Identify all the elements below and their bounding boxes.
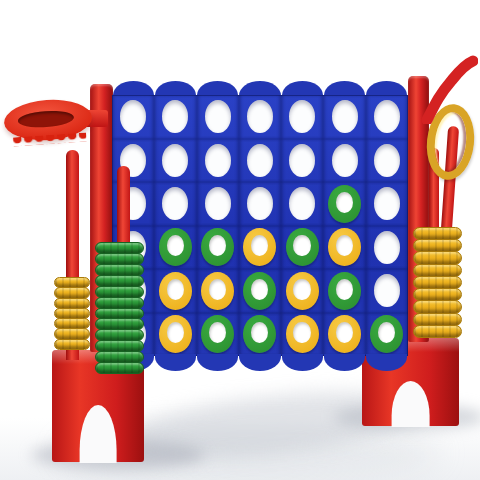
board-cell (154, 226, 196, 270)
board-cell (366, 182, 408, 226)
yellow-disc (243, 228, 276, 266)
green-storage-ring (95, 286, 144, 298)
yellow-storage-ring (413, 325, 462, 338)
empty-hole (205, 144, 231, 177)
empty-hole (289, 144, 315, 177)
empty-hole (374, 187, 400, 220)
yellow-storage-ring (413, 313, 462, 326)
board-cell (281, 95, 323, 139)
empty-hole (162, 100, 188, 133)
green-storage-ring (95, 264, 144, 276)
empty-hole (374, 144, 400, 177)
empty-hole (205, 187, 231, 220)
yellow-storage-ring (54, 287, 90, 298)
yellow-storage-ring (413, 251, 462, 264)
yellow-disc (201, 272, 234, 310)
yellow-disc (328, 315, 361, 353)
empty-hole (332, 100, 358, 133)
board-cell (323, 313, 365, 357)
board-cell (112, 95, 154, 139)
board-cell (281, 139, 323, 183)
board-scallop-bump (324, 354, 365, 371)
board-cell (323, 226, 365, 270)
green-storage-ring (95, 362, 144, 374)
board-cell (366, 313, 408, 357)
yellow-storage-ring (54, 339, 90, 350)
green-disc (328, 185, 361, 223)
board-cell (239, 313, 281, 357)
green-disc (286, 228, 319, 266)
board-cell (197, 182, 239, 226)
empty-hole (332, 144, 358, 177)
yellow-disc (328, 228, 361, 266)
board-cell (323, 269, 365, 313)
board-bottom-scallops (112, 354, 408, 371)
board-cell (239, 226, 281, 270)
empty-hole (289, 100, 315, 133)
board-cell (281, 313, 323, 357)
board-cell (154, 182, 196, 226)
yellow-storage-ring (413, 300, 462, 313)
board-cell (281, 226, 323, 270)
empty-hole (374, 231, 400, 264)
board-scallop-bump (155, 354, 196, 371)
board-cell (323, 139, 365, 183)
board-cell (281, 269, 323, 313)
board-cell (239, 95, 281, 139)
board-scallop-bump (282, 354, 323, 371)
yellow-disc (286, 272, 319, 310)
board-cell (197, 139, 239, 183)
board-cell (197, 95, 239, 139)
board-scallop-bump (366, 354, 407, 371)
board-cell (366, 226, 408, 270)
board-cell (239, 182, 281, 226)
empty-hole (162, 144, 188, 177)
empty-hole (247, 100, 273, 133)
board-cell (239, 139, 281, 183)
green-disc (243, 272, 276, 310)
yellow-disc (286, 315, 319, 353)
board-cell (154, 269, 196, 313)
empty-hole (120, 100, 146, 133)
green-ring-stack-left[interactable] (95, 243, 144, 374)
empty-hole (247, 187, 273, 220)
board-scallop-bump (197, 354, 238, 371)
yellow-ring-stack-left[interactable] (54, 278, 90, 350)
empty-hole (374, 274, 400, 307)
board-cell (239, 269, 281, 313)
empty-hole (289, 187, 315, 220)
green-disc (328, 272, 361, 310)
board-cell (366, 139, 408, 183)
green-disc (201, 228, 234, 266)
board-cell (154, 313, 196, 357)
empty-hole (205, 100, 231, 133)
green-disc (159, 228, 192, 266)
empty-hole (374, 100, 400, 133)
board-cell (197, 313, 239, 357)
board-cell (323, 182, 365, 226)
yellow-storage-ring (413, 264, 462, 277)
board-cell (197, 269, 239, 313)
empty-hole (162, 187, 188, 220)
giant-connect-four-scene (0, 0, 480, 480)
board-cell (281, 182, 323, 226)
board-cell (154, 95, 196, 139)
board-cell (154, 139, 196, 183)
yellow-disc (159, 315, 192, 353)
green-storage-ring (95, 275, 144, 287)
yellow-disc (159, 272, 192, 310)
green-disc (243, 315, 276, 353)
board-cell (366, 95, 408, 139)
basketball-hoop[interactable] (3, 97, 94, 143)
green-disc (370, 315, 403, 353)
yellow-ring-stack-right[interactable] (413, 228, 462, 338)
empty-hole (247, 144, 273, 177)
yellow-storage-ring (54, 328, 90, 339)
board-scallop-bump (239, 354, 280, 371)
ring-toss-hook (414, 50, 478, 124)
board-grid (112, 95, 408, 356)
board-cell (197, 226, 239, 270)
board-cell (323, 95, 365, 139)
green-storage-ring (95, 297, 144, 309)
green-disc (201, 315, 234, 353)
board-cell (366, 269, 408, 313)
